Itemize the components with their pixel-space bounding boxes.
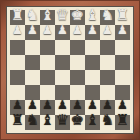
square-c1[interactable]: ♝	[40, 10, 55, 25]
black-pawn: ♟	[40, 98, 55, 113]
square-e3[interactable]	[70, 40, 85, 55]
chess-app: ♜♞♝♛♚♝♞♜♟♟♟♟♟♟♟♟♟♟♟♟♟♟♟♟♜♞♝♛♚♝♞♜	[0, 0, 140, 140]
black-pawn: ♟	[25, 98, 40, 113]
black-pawn: ♟	[100, 98, 115, 113]
square-b7[interactable]: ♟	[25, 100, 40, 115]
white-pawn: ♟	[85, 23, 100, 38]
square-d3[interactable]	[55, 40, 70, 55]
square-c2[interactable]: ♟	[40, 25, 55, 40]
square-d6[interactable]	[55, 85, 70, 100]
square-d2[interactable]: ♟	[55, 25, 70, 40]
square-c8[interactable]: ♝	[40, 115, 55, 130]
black-pawn: ♟	[70, 98, 85, 113]
white-bishop: ♝	[85, 8, 100, 23]
white-bishop: ♝	[40, 8, 55, 23]
white-pawn: ♟	[100, 23, 115, 38]
square-g8[interactable]: ♞	[100, 115, 115, 130]
black-pawn: ♟	[85, 98, 100, 113]
square-c7[interactable]: ♟	[40, 100, 55, 115]
white-pawn: ♟	[40, 23, 55, 38]
square-e4[interactable]	[70, 55, 85, 70]
square-g4[interactable]	[100, 55, 115, 70]
square-e8[interactable]: ♚	[70, 115, 85, 130]
white-rook: ♜	[115, 8, 130, 23]
square-e5[interactable]	[70, 70, 85, 85]
black-pawn: ♟	[55, 98, 70, 113]
square-b8[interactable]: ♞	[25, 115, 40, 130]
square-d5[interactable]	[55, 70, 70, 85]
square-g7[interactable]: ♟	[100, 100, 115, 115]
square-a2[interactable]: ♟	[10, 25, 25, 40]
square-h4[interactable]	[115, 55, 130, 70]
black-knight: ♞	[100, 113, 115, 128]
square-b6[interactable]	[25, 85, 40, 100]
square-e7[interactable]: ♟	[70, 100, 85, 115]
chess-board: ♜♞♝♛♚♝♞♜♟♟♟♟♟♟♟♟♟♟♟♟♟♟♟♟♜♞♝♛♚♝♞♜	[10, 10, 130, 130]
square-d7[interactable]: ♟	[55, 100, 70, 115]
square-a4[interactable]	[10, 55, 25, 70]
square-h6[interactable]	[115, 85, 130, 100]
white-king: ♚	[70, 8, 85, 23]
black-rook: ♜	[115, 113, 130, 128]
white-pawn: ♟	[25, 23, 40, 38]
square-d4[interactable]	[55, 55, 70, 70]
square-f8[interactable]: ♝	[85, 115, 100, 130]
square-h2[interactable]: ♟	[115, 25, 130, 40]
white-pawn: ♟	[70, 23, 85, 38]
square-h3[interactable]	[115, 40, 130, 55]
white-rook: ♜	[10, 8, 25, 23]
square-a1[interactable]: ♜	[10, 10, 25, 25]
white-pawn: ♟	[10, 23, 25, 38]
black-bishop: ♝	[85, 113, 100, 128]
square-b1[interactable]: ♞	[25, 10, 40, 25]
square-f4[interactable]	[85, 55, 100, 70]
square-f3[interactable]	[85, 40, 100, 55]
square-f5[interactable]	[85, 70, 100, 85]
square-h1[interactable]: ♜	[115, 10, 130, 25]
square-f7[interactable]: ♟	[85, 100, 100, 115]
square-a8[interactable]: ♜	[10, 115, 25, 130]
square-c6[interactable]	[40, 85, 55, 100]
square-g5[interactable]	[100, 70, 115, 85]
white-pawn: ♟	[115, 23, 130, 38]
square-b2[interactable]: ♟	[25, 25, 40, 40]
white-knight: ♞	[100, 8, 115, 23]
black-king: ♚	[70, 113, 85, 128]
square-g3[interactable]	[100, 40, 115, 55]
square-f2[interactable]: ♟	[85, 25, 100, 40]
square-c3[interactable]	[40, 40, 55, 55]
square-f1[interactable]: ♝	[85, 10, 100, 25]
square-g6[interactable]	[100, 85, 115, 100]
square-e2[interactable]: ♟	[70, 25, 85, 40]
square-a5[interactable]	[10, 70, 25, 85]
black-rook: ♜	[10, 113, 25, 128]
square-e1[interactable]: ♚	[70, 10, 85, 25]
square-a6[interactable]	[10, 85, 25, 100]
square-b5[interactable]	[25, 70, 40, 85]
black-pawn: ♟	[10, 98, 25, 113]
square-f6[interactable]	[85, 85, 100, 100]
white-knight: ♞	[25, 8, 40, 23]
black-pawn: ♟	[115, 98, 130, 113]
square-e6[interactable]	[70, 85, 85, 100]
square-g1[interactable]: ♞	[100, 10, 115, 25]
square-c5[interactable]	[40, 70, 55, 85]
square-a3[interactable]	[10, 40, 25, 55]
square-c4[interactable]	[40, 55, 55, 70]
square-h5[interactable]	[115, 70, 130, 85]
square-d1[interactable]: ♛	[55, 10, 70, 25]
square-a7[interactable]: ♟	[10, 100, 25, 115]
black-knight: ♞	[25, 113, 40, 128]
square-b3[interactable]	[25, 40, 40, 55]
square-d8[interactable]: ♛	[55, 115, 70, 130]
square-h8[interactable]: ♜	[115, 115, 130, 130]
board-margin: ♜♞♝♛♚♝♞♜♟♟♟♟♟♟♟♟♟♟♟♟♟♟♟♟♜♞♝♛♚♝♞♜	[6, 6, 134, 134]
black-queen: ♛	[55, 113, 70, 128]
white-queen: ♛	[55, 8, 70, 23]
black-bishop: ♝	[40, 113, 55, 128]
square-b4[interactable]	[25, 55, 40, 70]
white-pawn: ♟	[55, 23, 70, 38]
square-g2[interactable]: ♟	[100, 25, 115, 40]
square-h7[interactable]: ♟	[115, 100, 130, 115]
